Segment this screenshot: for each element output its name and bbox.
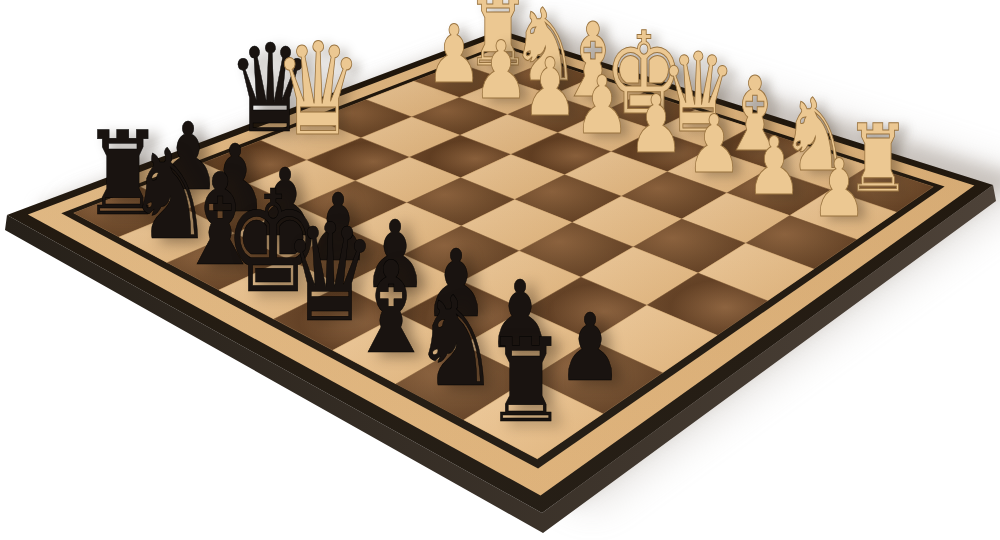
- chess-set-product-photo: ♜♞♟♝♟♚♟♛♛♟♛♝♟♞♟♟♜♟♟♜♟♟♞♟♝♟♚♟♛♟♝♟♞♜: [0, 0, 1000, 540]
- board-sheen: [7, 30, 993, 513]
- chess-board: [0, 0, 1000, 540]
